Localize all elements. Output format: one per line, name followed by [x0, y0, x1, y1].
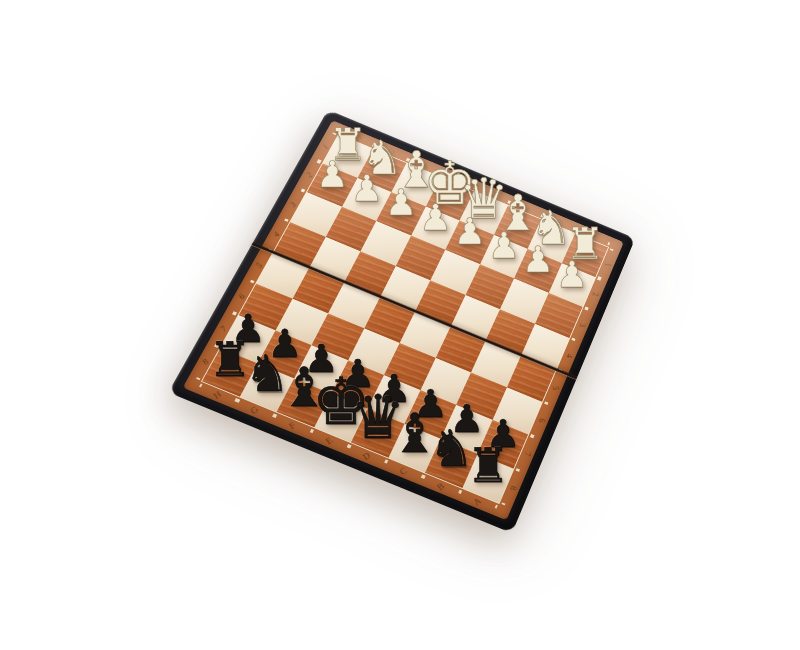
piece-black-rook-a8[interactable]: ♜: [467, 442, 510, 490]
piece-white-pawn-f2[interactable]: ♟: [385, 186, 418, 222]
pieces-layer: ♜♞♝♟♚♟♛♟♝♟♞♟♜♟♟♟♟♟♟♜♟♞♟♝♟♚♟♛♟♝♞♜: [0, 0, 800, 650]
piece-white-pawn-h2[interactable]: ♟: [316, 157, 349, 193]
photo-canvas: 1234567812345678HGFEDCBAHGFEDCBA ♜♞♝♟♚♟♛…: [0, 0, 800, 650]
chess-set: 1234567812345678HGFEDCBAHGFEDCBA ♜♞♝♟♚♟♛…: [0, 0, 800, 650]
piece-white-pawn-e2[interactable]: ♟: [419, 200, 452, 236]
piece-white-pawn-d2[interactable]: ♟: [453, 214, 486, 250]
piece-white-pawn-b2[interactable]: ♟: [522, 243, 554, 279]
piece-white-pawn-c2[interactable]: ♟: [488, 229, 520, 265]
piece-white-pawn-a2[interactable]: ♟: [556, 257, 588, 293]
piece-white-pawn-g2[interactable]: ♟: [350, 171, 383, 207]
